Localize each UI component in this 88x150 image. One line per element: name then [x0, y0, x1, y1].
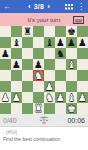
- square-f7[interactable]: ♟: [55, 37, 66, 48]
- square-f8[interactable]: [55, 26, 66, 37]
- demo-board-icon[interactable]: [73, 16, 84, 24]
- score-counter: 0/40: [3, 117, 17, 124]
- square-e3[interactable]: ♟: [44, 81, 55, 92]
- square-b2[interactable]: ♟: [11, 92, 22, 103]
- square-a6[interactable]: ♟: [0, 48, 11, 59]
- square-b7[interactable]: ♝: [11, 37, 22, 48]
- square-h4[interactable]: [77, 70, 88, 81]
- piece-white-rook: ♜: [33, 103, 44, 114]
- square-a2[interactable]: ♟: [0, 92, 11, 103]
- square-b4[interactable]: [11, 70, 22, 81]
- piece-black-knight: ♞: [55, 48, 66, 59]
- piece-black-bishop: ♝: [11, 37, 22, 48]
- square-h3[interactable]: [77, 81, 88, 92]
- square-d3[interactable]: [33, 81, 44, 92]
- square-e7[interactable]: ♝: [44, 37, 55, 48]
- square-e1[interactable]: [44, 103, 55, 114]
- piece-black-pawn: ♟: [66, 37, 77, 48]
- square-h7[interactable]: ♟: [77, 37, 88, 48]
- top-bar-actions: ⋮: [65, 0, 88, 13]
- square-d7[interactable]: [33, 37, 44, 48]
- piece-white-knight: ♞: [44, 92, 55, 103]
- piece-black-pawn: ♟: [33, 59, 44, 70]
- square-g6[interactable]: [66, 48, 77, 59]
- piece-white-knight: ♞: [33, 70, 44, 81]
- next-puzzle-icon[interactable]: ›: [47, 0, 50, 13]
- square-c4[interactable]: [22, 70, 33, 81]
- square-a3[interactable]: [0, 81, 11, 92]
- piece-black-pawn: ♟: [77, 37, 88, 48]
- piece-white-bishop: ♝: [66, 92, 77, 103]
- square-a7[interactable]: [0, 37, 11, 48]
- square-d1[interactable]: ♜: [33, 103, 44, 114]
- piece-white-king: ♚: [66, 103, 77, 114]
- square-c8[interactable]: ♜: [22, 26, 33, 37]
- square-g7[interactable]: ♟: [66, 37, 77, 48]
- prev-puzzle-icon[interactable]: ‹: [28, 0, 31, 13]
- square-h5[interactable]: [77, 59, 88, 70]
- square-e6[interactable]: [44, 48, 55, 59]
- piece-black-rook: ♜: [22, 26, 33, 37]
- square-g2[interactable]: ♝: [66, 92, 77, 103]
- puzzle-counter: 3/8: [34, 3, 45, 10]
- square-d8[interactable]: [33, 26, 44, 37]
- turn-banner-text: It's your turn: [28, 17, 61, 23]
- square-b5[interactable]: ♟: [11, 59, 22, 70]
- piece-white-bishop: ♝: [66, 59, 77, 70]
- piece-white-pawn: ♟: [55, 92, 66, 103]
- square-h6[interactable]: [77, 48, 88, 59]
- square-a8[interactable]: [0, 26, 11, 37]
- piece-black-pawn: ♟: [0, 48, 11, 59]
- square-c6[interactable]: [22, 48, 33, 59]
- chess-board: ♜♚♝♝♟♟♟♟♞♟♟♝♞♟♟♟♞♟♝♟♜♚: [0, 26, 88, 114]
- square-c3[interactable]: [22, 81, 33, 92]
- square-f5[interactable]: [55, 59, 66, 70]
- piece-black-pawn: ♟: [55, 37, 66, 48]
- square-f6[interactable]: ♞: [55, 48, 66, 59]
- square-e2[interactable]: ♞: [44, 92, 55, 103]
- square-c7[interactable]: [22, 37, 33, 48]
- piece-black-pawn: ♟: [11, 59, 22, 70]
- piece-black-bishop: ♝: [44, 37, 55, 48]
- square-c2[interactable]: [22, 92, 33, 103]
- square-a5[interactable]: [0, 59, 11, 70]
- square-f3[interactable]: [55, 81, 66, 92]
- square-d5[interactable]: ♟: [33, 59, 44, 70]
- square-b3[interactable]: [11, 81, 22, 92]
- square-a4[interactable]: [0, 70, 11, 81]
- turn-banner: It's your turn: [0, 13, 88, 26]
- square-g5[interactable]: ♝: [66, 59, 77, 70]
- square-f4[interactable]: [55, 70, 66, 81]
- square-d4[interactable]: ♞: [33, 70, 44, 81]
- timer: 00:06: [67, 117, 85, 124]
- square-d6[interactable]: [33, 48, 44, 59]
- square-e5[interactable]: [44, 59, 55, 70]
- square-f2[interactable]: ♟: [55, 92, 66, 103]
- puzzle-grid-icon[interactable]: [65, 3, 73, 11]
- square-c5[interactable]: [22, 59, 33, 70]
- square-h1[interactable]: [77, 103, 88, 114]
- square-a1[interactable]: [0, 103, 11, 114]
- square-f1[interactable]: [55, 103, 66, 114]
- square-g3[interactable]: [66, 81, 77, 92]
- top-app-bar: ← ‹ 3/8 › ⋮: [0, 0, 88, 13]
- status-bar: 0/40 00:06: [0, 114, 88, 127]
- square-e4[interactable]: [44, 70, 55, 81]
- puzzle-id-text: - [#64]: [3, 129, 85, 135]
- chess-app-window: ← ‹ 3/8 › ⋮ It's your turn: [0, 0, 88, 150]
- square-b6[interactable]: [11, 48, 22, 59]
- evaluation-scales-icon[interactable]: [40, 116, 49, 125]
- square-h2[interactable]: ♟: [77, 92, 88, 103]
- square-g4[interactable]: [66, 70, 77, 81]
- puzzle-navigation: ‹ 3/8 ›: [13, 0, 65, 13]
- square-g8[interactable]: ♚: [66, 26, 77, 37]
- square-h8[interactable]: [77, 26, 88, 37]
- square-g1[interactable]: ♚: [66, 103, 77, 114]
- overflow-menu-icon[interactable]: ⋮: [77, 0, 85, 13]
- piece-white-pawn: ♟: [44, 81, 55, 92]
- piece-white-pawn: ♟: [11, 92, 22, 103]
- square-b1[interactable]: [11, 103, 22, 114]
- square-e8[interactable]: [44, 26, 55, 37]
- task-panel: - [#64] Find the best continuation: [0, 127, 88, 142]
- square-c1[interactable]: [22, 103, 33, 114]
- piece-black-king: ♚: [66, 26, 77, 37]
- back-arrow-icon[interactable]: ←: [0, 0, 13, 13]
- task-instruction: Find the best continuation: [3, 136, 85, 142]
- square-d2[interactable]: [33, 92, 44, 103]
- piece-white-pawn: ♟: [77, 92, 88, 103]
- square-b8[interactable]: [11, 26, 22, 37]
- piece-white-pawn: ♟: [0, 92, 11, 103]
